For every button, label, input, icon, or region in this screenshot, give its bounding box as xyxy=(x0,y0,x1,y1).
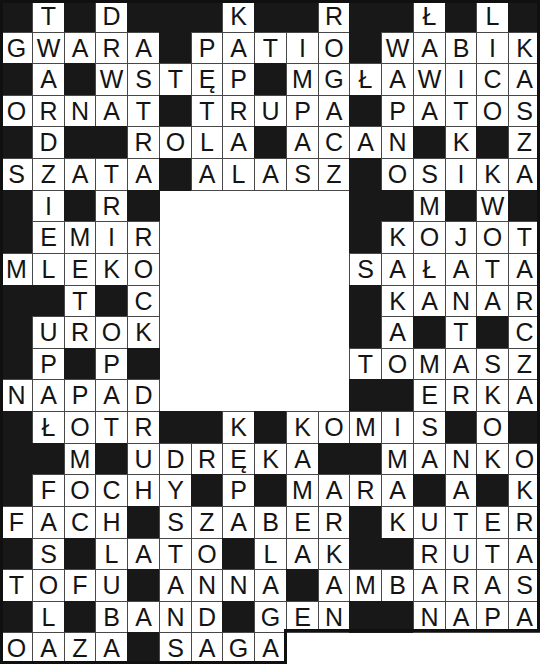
letter-cell-r18c5[interactable]: A xyxy=(127,538,160,570)
letter-cell-r19c11[interactable]: A xyxy=(318,569,350,602)
block-cell-r7c12 xyxy=(349,190,382,222)
letter-cell-r4c10[interactable]: P xyxy=(286,95,319,127)
letter-cell-r4c1[interactable]: O xyxy=(0,95,33,127)
cell-letter: R xyxy=(452,573,470,598)
letter-cell-r14c10[interactable]: K xyxy=(286,411,319,444)
letter-cell-r16c10[interactable]: M xyxy=(286,474,319,507)
letter-cell-r2c9[interactable]: T xyxy=(254,32,287,64)
cell-letter: Z xyxy=(41,162,56,187)
letter-cell-r4c2[interactable]: R xyxy=(32,95,65,127)
letter-cell-r1c8[interactable]: K xyxy=(222,0,255,33)
cell-letter: G xyxy=(7,36,26,61)
letter-cell-r9c5[interactable]: O xyxy=(127,253,160,286)
cell-letter: B xyxy=(453,36,470,61)
letter-cell-r18c11[interactable]: K xyxy=(318,538,350,570)
cell-letter: K xyxy=(389,510,406,535)
letter-cell-r17c1[interactable]: F xyxy=(0,506,33,539)
letter-cell-r18c14[interactable]: R xyxy=(413,538,446,570)
letter-cell-r8c5[interactable]: R xyxy=(127,221,160,254)
letter-cell-r4c5[interactable]: T xyxy=(127,95,160,127)
letter-cell-r1c11[interactable]: R xyxy=(318,0,350,33)
cell-letter: E xyxy=(294,510,311,535)
letter-cell-r5c2[interactable]: D xyxy=(32,126,65,159)
letter-cell-r21c3[interactable]: Z xyxy=(64,632,96,664)
letter-cell-r20c2[interactable]: L xyxy=(32,601,65,633)
cell-letter: P xyxy=(389,99,406,124)
letter-cell-r7c14[interactable]: M xyxy=(413,190,446,222)
letter-cell-r2c17[interactable]: K xyxy=(508,32,540,64)
letter-cell-r5c6[interactable]: O xyxy=(159,126,192,159)
letter-cell-r17c10[interactable]: E xyxy=(286,506,319,539)
letter-cell-r15c16[interactable]: K xyxy=(476,443,509,475)
cell-letter: I xyxy=(458,67,465,92)
block-cell-r15c12 xyxy=(349,443,382,475)
letter-cell-r11c2[interactable]: U xyxy=(32,316,65,349)
letter-cell-r2c5[interactable]: A xyxy=(127,32,160,64)
letter-cell-r4c7[interactable]: T xyxy=(191,95,223,127)
letter-cell-r13c14[interactable]: E xyxy=(413,379,446,412)
letter-cell-r14c4[interactable]: T xyxy=(95,411,128,444)
letter-cell-r5c15[interactable]: K xyxy=(445,126,477,159)
letter-cell-r4c8[interactable]: R xyxy=(222,95,255,127)
block-cell-r21c5 xyxy=(127,632,160,664)
cell-letter: R xyxy=(356,478,374,503)
cell-letter: T xyxy=(9,573,24,598)
letter-cell-r21c8[interactable]: G xyxy=(222,632,255,664)
letter-cell-r13c5[interactable]: D xyxy=(127,379,160,412)
letter-cell-r16c13[interactable]: A xyxy=(381,474,414,507)
letter-cell-r2c13[interactable]: W xyxy=(381,32,414,64)
letter-cell-r3c6[interactable]: T xyxy=(159,63,192,96)
letter-cell-r6c9[interactable]: A xyxy=(254,158,287,191)
cell-letter: S xyxy=(135,67,152,92)
letter-cell-r10c16[interactable]: A xyxy=(476,285,509,317)
letter-cell-r16c11[interactable]: A xyxy=(318,474,350,507)
letter-cell-r15c7[interactable]: R xyxy=(191,443,223,475)
letter-cell-r8c4[interactable]: I xyxy=(95,221,128,254)
letter-cell-r8c15[interactable]: J xyxy=(445,221,477,254)
cell-letter: O xyxy=(70,478,89,503)
letter-cell-r21c2[interactable]: A xyxy=(32,632,65,664)
letter-cell-r11c15[interactable]: T xyxy=(445,316,477,349)
letter-cell-r3c13[interactable]: A xyxy=(381,63,414,96)
letter-cell-r15c8[interactable]: Ę xyxy=(222,443,255,475)
cell-letter: Ę xyxy=(230,447,247,472)
cell-letter: R xyxy=(102,36,120,61)
cell-letter: A xyxy=(230,510,247,535)
cell-letter: G xyxy=(324,67,343,92)
letter-cell-r14c2[interactable]: Ł xyxy=(32,411,65,444)
cell-letter: B xyxy=(103,605,120,630)
block-cell-r1c5 xyxy=(127,0,160,33)
cell-letter: A xyxy=(421,447,438,472)
letter-cell-r17c13[interactable]: K xyxy=(381,506,414,539)
letter-cell-r9c3[interactable]: E xyxy=(64,253,96,286)
letter-cell-r10c14[interactable]: A xyxy=(413,285,446,317)
block-cell-r8c12 xyxy=(349,221,382,254)
letter-cell-r2c8[interactable]: A xyxy=(222,32,255,64)
letter-cell-r19c14[interactable]: A xyxy=(413,569,446,602)
letter-cell-r4c3[interactable]: N xyxy=(64,95,96,127)
cell-letter: S xyxy=(484,352,501,377)
letter-cell-r9c17[interactable]: A xyxy=(508,253,540,286)
letter-cell-r5c13[interactable]: N xyxy=(381,126,414,159)
cell-letter: J xyxy=(455,225,468,250)
letter-cell-r5c8[interactable]: A xyxy=(222,126,255,159)
letter-cell-r17c9[interactable]: B xyxy=(254,506,287,539)
block-cell-r12c5 xyxy=(127,348,160,380)
cell-letter: F xyxy=(72,573,87,598)
cell-letter: C xyxy=(325,130,343,155)
letter-cell-r1c16[interactable]: L xyxy=(476,0,509,33)
cell-letter: S xyxy=(167,510,184,535)
letter-cell-r3c15[interactable]: I xyxy=(445,63,477,96)
letter-cell-r21c7[interactable]: A xyxy=(191,632,223,664)
cell-letter: O xyxy=(134,257,153,282)
letter-cell-r15c15[interactable]: N xyxy=(445,443,477,475)
block-cell-r16c1 xyxy=(0,474,33,507)
letter-cell-r13c17[interactable]: A xyxy=(508,379,540,412)
letter-cell-r4c11[interactable]: A xyxy=(318,95,350,127)
cell-letter: A xyxy=(199,636,216,661)
letter-cell-r6c2[interactable]: Z xyxy=(32,158,65,191)
letter-cell-r9c2[interactable]: L xyxy=(32,253,65,286)
block-cell-r11c1 xyxy=(0,316,33,349)
letter-cell-r11c17[interactable]: C xyxy=(508,316,540,349)
block-cell-r20c3 xyxy=(64,601,96,633)
letter-cell-r3c14[interactable]: W xyxy=(413,63,446,96)
cell-letter: K xyxy=(294,415,311,440)
letter-cell-r18c7[interactable]: O xyxy=(191,538,223,570)
cell-letter: R xyxy=(229,99,247,124)
letter-cell-r18c6[interactable]: T xyxy=(159,538,192,570)
letter-cell-r5c5[interactable]: R xyxy=(127,126,160,159)
letter-cell-r4c9[interactable]: U xyxy=(254,95,287,127)
letter-cell-r1c14[interactable]: Ł xyxy=(413,0,446,33)
letter-cell-r17c7[interactable]: Z xyxy=(191,506,223,539)
letter-cell-r2c16[interactable]: I xyxy=(476,32,509,64)
letter-cell-r8c16[interactable]: O xyxy=(476,221,509,254)
letter-cell-r19c12[interactable]: M xyxy=(349,569,382,602)
letter-cell-r17c11[interactable]: R xyxy=(318,506,350,539)
cell-letter: O xyxy=(39,573,58,598)
cell-letter: O xyxy=(7,636,26,661)
letter-cell-r15c17[interactable]: O xyxy=(508,443,540,475)
cell-letter: U xyxy=(261,99,279,124)
letter-cell-r17c6[interactable]: S xyxy=(159,506,192,539)
letter-cell-r2c3[interactable]: A xyxy=(64,32,96,64)
letter-cell-r3c16[interactable]: C xyxy=(476,63,509,96)
letter-cell-r21c4[interactable]: A xyxy=(95,632,128,664)
letter-cell-r18c9[interactable]: L xyxy=(254,538,287,570)
letter-cell-r18c15[interactable]: U xyxy=(445,538,477,570)
block-cell-r15c1 xyxy=(0,443,33,475)
cell-letter: Z xyxy=(199,510,214,535)
letter-cell-r13c2[interactable]: A xyxy=(32,379,65,412)
letter-cell-r11c13[interactable]: A xyxy=(381,316,414,349)
cell-letter: A xyxy=(389,257,406,282)
letter-cell-r20c4[interactable]: B xyxy=(95,601,128,633)
cell-letter: A xyxy=(40,383,57,408)
letter-cell-r3c7[interactable]: Ę xyxy=(191,63,223,96)
letter-cell-r13c1[interactable]: N xyxy=(0,379,33,412)
letter-cell-r16c5[interactable]: H xyxy=(127,474,160,507)
letter-cell-r5c10[interactable]: A xyxy=(286,126,319,159)
letter-cell-r9c1[interactable]: M xyxy=(0,253,33,286)
letter-cell-r12c14[interactable]: M xyxy=(413,348,446,380)
cell-letter: A xyxy=(484,289,501,314)
letter-cell-r4c16[interactable]: O xyxy=(476,95,509,127)
letter-cell-r6c4[interactable]: T xyxy=(95,158,128,191)
block-cell-r1c17 xyxy=(508,0,540,33)
block-cell-r18c13 xyxy=(381,538,414,570)
cell-letter: R xyxy=(39,99,57,124)
cell-letter: K xyxy=(516,36,533,61)
letter-cell-r6c16[interactable]: K xyxy=(476,158,509,191)
letter-cell-r6c15[interactable]: I xyxy=(445,158,477,191)
letter-cell-r14c16[interactable]: O xyxy=(476,411,509,444)
letter-cell-r15c3[interactable]: M xyxy=(64,443,96,475)
letter-cell-r6c8[interactable]: L xyxy=(222,158,255,191)
letter-cell-r12c12[interactable]: T xyxy=(349,348,382,380)
cell-letter: E xyxy=(40,225,57,250)
board-border xyxy=(284,629,540,632)
letter-cell-r2c7[interactable]: P xyxy=(191,32,223,64)
letter-cell-r20c5[interactable]: A xyxy=(127,601,160,633)
block-cell-r1c1 xyxy=(0,0,33,33)
letter-cell-r6c10[interactable]: S xyxy=(286,158,319,191)
letter-cell-r19c13[interactable]: B xyxy=(381,569,414,602)
letter-cell-r14c13[interactable]: I xyxy=(381,411,414,444)
letter-cell-r16c12[interactable]: R xyxy=(349,474,382,507)
letter-cell-r9c13[interactable]: A xyxy=(381,253,414,286)
letter-cell-r7c2[interactable]: I xyxy=(32,190,65,222)
letter-cell-r16c6[interactable]: Y xyxy=(159,474,192,507)
letter-cell-r2c1[interactable]: G xyxy=(0,32,33,64)
letter-cell-r13c3[interactable]: P xyxy=(64,379,96,412)
letter-cell-r13c16[interactable]: K xyxy=(476,379,509,412)
cell-letter: A xyxy=(484,573,501,598)
letter-cell-r12c15[interactable]: A xyxy=(445,348,477,380)
cell-letter: K xyxy=(230,415,247,440)
letter-cell-r2c11[interactable]: O xyxy=(318,32,350,64)
letter-cell-r21c9[interactable]: A xyxy=(254,632,287,664)
letter-cell-r17c4[interactable]: H xyxy=(95,506,128,539)
letter-cell-r20c6[interactable]: N xyxy=(159,601,192,633)
letter-cell-r13c4[interactable]: A xyxy=(95,379,128,412)
cell-letter: U xyxy=(452,542,470,567)
cell-letter: A xyxy=(516,605,533,630)
letter-cell-r16c2[interactable]: F xyxy=(32,474,65,507)
cell-letter: D xyxy=(39,130,57,155)
letter-cell-r17c8[interactable]: A xyxy=(222,506,255,539)
letter-cell-r20c7[interactable]: D xyxy=(191,601,223,633)
letter-cell-r2c4[interactable]: R xyxy=(95,32,128,64)
cell-letter: A xyxy=(72,36,89,61)
letter-cell-r18c16[interactable]: T xyxy=(476,538,509,570)
letter-cell-r11c3[interactable]: R xyxy=(64,316,96,349)
letter-cell-r15c6[interactable]: D xyxy=(159,443,192,475)
letter-cell-r14c11[interactable]: O xyxy=(318,411,350,444)
letter-cell-r10c3[interactable]: T xyxy=(64,285,96,317)
letter-cell-r19c1[interactable]: T xyxy=(0,569,33,602)
letter-cell-r4c17[interactable]: S xyxy=(508,95,540,127)
letter-cell-r14c3[interactable]: O xyxy=(64,411,96,444)
letter-cell-r14c5[interactable]: R xyxy=(127,411,160,444)
cell-letter: W xyxy=(386,36,410,61)
letter-cell-r10c13[interactable]: K xyxy=(381,285,414,317)
letter-cell-r6c14[interactable]: S xyxy=(413,158,446,191)
letter-cell-r3c10[interactable]: M xyxy=(286,63,319,96)
letter-cell-r8c14[interactable]: O xyxy=(413,221,446,254)
letter-cell-r19c15[interactable]: R xyxy=(445,569,477,602)
cell-letter: N xyxy=(198,573,216,598)
letter-cell-r16c15[interactable]: A xyxy=(445,474,477,507)
cell-letter: T xyxy=(485,542,500,567)
letter-cell-r12c16[interactable]: S xyxy=(476,348,509,380)
letter-cell-r14c14[interactable]: S xyxy=(413,411,446,444)
letter-cell-r5c17[interactable]: Z xyxy=(508,126,540,159)
letter-cell-r19c16[interactable]: A xyxy=(476,569,509,602)
block-cell-r13c13 xyxy=(381,379,414,412)
letter-cell-r16c3[interactable]: O xyxy=(64,474,96,507)
letter-cell-r16c8[interactable]: P xyxy=(222,474,255,507)
letter-cell-r6c1[interactable]: S xyxy=(0,158,33,191)
letter-cell-r15c5[interactable]: U xyxy=(127,443,160,475)
letter-cell-r2c10[interactable]: I xyxy=(286,32,319,64)
letter-cell-r16c17[interactable]: K xyxy=(508,474,540,507)
letter-cell-r3c12[interactable]: Ł xyxy=(349,63,382,96)
letter-cell-r12c4[interactable]: P xyxy=(95,348,128,380)
cell-letter: A xyxy=(516,67,533,92)
letter-cell-r5c11[interactable]: C xyxy=(318,126,350,159)
letter-cell-r13c15[interactable]: R xyxy=(445,379,477,412)
letter-cell-r16c4[interactable]: C xyxy=(95,474,128,507)
letter-cell-r21c1[interactable]: O xyxy=(0,632,33,664)
letter-cell-r10c5[interactable]: C xyxy=(127,285,160,317)
letter-cell-r4c4[interactable]: A xyxy=(95,95,128,127)
letter-cell-r19c9[interactable]: A xyxy=(254,569,287,602)
letter-cell-r4c15[interactable]: T xyxy=(445,95,477,127)
letter-cell-r18c4[interactable]: L xyxy=(95,538,128,570)
letter-cell-r19c2[interactable]: O xyxy=(32,569,65,602)
letter-cell-r10c15[interactable]: N xyxy=(445,285,477,317)
letter-cell-r19c17[interactable]: S xyxy=(508,569,540,602)
cell-letter: S xyxy=(167,636,184,661)
letter-cell-r15c9[interactable]: K xyxy=(254,443,287,475)
letter-cell-r9c15[interactable]: A xyxy=(445,253,477,286)
letter-cell-r19c6[interactable]: A xyxy=(159,569,192,602)
letter-cell-r6c13[interactable]: O xyxy=(381,158,414,191)
letter-cell-r3c5[interactable]: S xyxy=(127,63,160,96)
letter-cell-r5c7[interactable]: L xyxy=(191,126,223,159)
letter-cell-r17c17[interactable]: R xyxy=(508,506,540,539)
letter-cell-r2c15[interactable]: B xyxy=(445,32,477,64)
letter-cell-r6c11[interactable]: Z xyxy=(318,158,350,191)
letter-cell-r19c8[interactable]: N xyxy=(222,569,255,602)
letter-cell-r14c8[interactable]: K xyxy=(222,411,255,444)
letter-cell-r2c14[interactable]: A xyxy=(413,32,446,64)
letter-cell-r1c4[interactable]: D xyxy=(95,0,128,33)
letter-cell-r3c4[interactable]: W xyxy=(95,63,128,96)
letter-cell-r15c10[interactable]: A xyxy=(286,443,319,475)
cell-letter: R xyxy=(134,130,152,155)
letter-cell-r3c17[interactable]: A xyxy=(508,63,540,96)
letter-cell-r2c2[interactable]: W xyxy=(32,32,65,64)
letter-cell-r11c4[interactable]: O xyxy=(95,316,128,349)
crossword-board: TDKRŁLGWARAPATIOWABIKAWSTĘPMGŁAWICAORNAT… xyxy=(0,0,540,664)
letter-cell-r14c12[interactable]: M xyxy=(349,411,382,444)
cell-letter: L xyxy=(264,542,278,567)
letter-cell-r12c13[interactable]: O xyxy=(381,348,414,380)
letter-cell-r12c17[interactable]: Z xyxy=(508,348,540,380)
letter-cell-r8c3[interactable]: M xyxy=(64,221,96,254)
letter-cell-r5c12[interactable]: A xyxy=(349,126,382,159)
letter-cell-r18c10[interactable]: A xyxy=(286,538,319,570)
letter-cell-r6c5[interactable]: A xyxy=(127,158,160,191)
letter-cell-r8c17[interactable]: T xyxy=(508,221,540,254)
block-cell-r7c17 xyxy=(508,190,540,222)
letter-cell-r9c14[interactable]: Ł xyxy=(413,253,446,286)
letter-cell-r15c13[interactable]: M xyxy=(381,443,414,475)
letter-cell-r17c3[interactable]: C xyxy=(64,506,96,539)
block-cell-r5c1 xyxy=(0,126,33,159)
cell-letter: T xyxy=(104,415,119,440)
letter-cell-r10c17[interactable]: R xyxy=(508,285,540,317)
letter-cell-r7c16[interactable]: W xyxy=(476,190,509,222)
letter-cell-r6c7[interactable]: A xyxy=(191,158,223,191)
letter-cell-r8c13[interactable]: K xyxy=(381,221,414,254)
letter-cell-r6c17[interactable]: A xyxy=(508,158,540,191)
letter-cell-r20c9[interactable]: G xyxy=(254,601,287,633)
cell-letter: A xyxy=(294,542,311,567)
cell-letter: O xyxy=(70,415,89,440)
block-cell-r7c1 xyxy=(0,190,33,222)
letter-cell-r6c3[interactable]: A xyxy=(64,158,96,191)
letter-cell-r9c4[interactable]: K xyxy=(95,253,128,286)
letter-cell-r18c17[interactable]: A xyxy=(508,538,540,570)
cell-letter: R xyxy=(134,225,152,250)
block-cell-r7c5 xyxy=(127,190,160,222)
letter-cell-r17c2[interactable]: A xyxy=(32,506,65,539)
letter-cell-r12c2[interactable]: P xyxy=(32,348,65,380)
letter-cell-r19c7[interactable]: N xyxy=(191,569,223,602)
letter-cell-r3c8[interactable]: P xyxy=(222,63,255,96)
letter-cell-r19c3[interactable]: F xyxy=(64,569,96,602)
cell-letter: E xyxy=(72,257,89,282)
letter-cell-r18c2[interactable]: S xyxy=(32,538,65,570)
letter-cell-r17c16[interactable]: E xyxy=(476,506,509,539)
letter-cell-r4c13[interactable]: P xyxy=(381,95,414,127)
letter-cell-r9c16[interactable]: T xyxy=(476,253,509,286)
letter-cell-r9c12[interactable]: S xyxy=(349,253,382,286)
letter-cell-r21c6[interactable]: S xyxy=(159,632,192,664)
letter-cell-r8c2[interactable]: E xyxy=(32,221,65,254)
letter-cell-r7c4[interactable]: R xyxy=(95,190,128,222)
letter-cell-r3c2[interactable]: A xyxy=(32,63,65,96)
letter-cell-r3c11[interactable]: G xyxy=(318,63,350,96)
cell-letter: L xyxy=(486,4,500,29)
letter-cell-r15c14[interactable]: A xyxy=(413,443,446,475)
block-cell-r5c16 xyxy=(476,126,509,159)
letter-cell-r17c15[interactable]: T xyxy=(445,506,477,539)
letter-cell-r19c4[interactable]: U xyxy=(95,569,128,602)
letter-cell-r11c5[interactable]: K xyxy=(127,316,160,349)
cell-letter: N xyxy=(420,605,438,630)
letter-cell-r4c14[interactable]: A xyxy=(413,95,446,127)
letter-cell-r17c14[interactable]: U xyxy=(413,506,446,539)
letter-cell-r1c2[interactable]: T xyxy=(32,0,65,33)
